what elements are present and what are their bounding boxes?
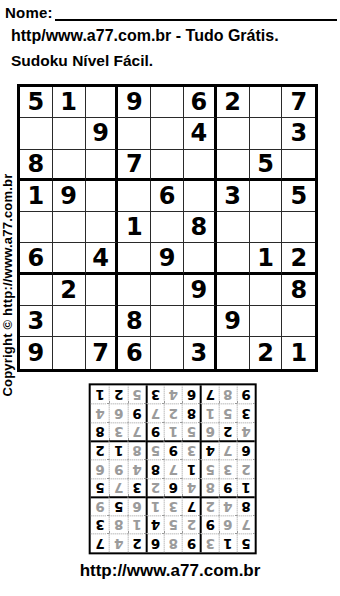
solution-cell-r5c4: 1 — [182, 459, 200, 478]
puzzle-cell-r9c3: 7 — [86, 337, 119, 368]
puzzle-cell-r8c1: 3 — [20, 306, 53, 337]
solution-cell-r6c9: 2 — [91, 441, 109, 460]
solution-cell-r1c3: 3 — [200, 534, 218, 553]
solution-cell-r3c1: 8 — [237, 497, 255, 516]
puzzle-cell-r5c6: 8 — [184, 212, 217, 243]
puzzle-cell-r7c8[interactable] — [250, 275, 283, 306]
solution-cell-r6c5: 9 — [164, 441, 182, 460]
puzzle-cell-r1c1: 5 — [20, 87, 53, 118]
puzzle-cell-r7c3[interactable] — [86, 275, 119, 306]
solution-cell-r9c3: 7 — [200, 385, 218, 404]
solution-cell-r6c7: 8 — [127, 441, 145, 460]
puzzle-cell-r5c4: 1 — [118, 212, 151, 243]
solution-cell-r7c4: 5 — [182, 422, 200, 441]
puzzle-cell-r4c1: 1 — [20, 181, 53, 212]
puzzle-cell-r2c4[interactable] — [118, 118, 151, 149]
solution-cell-r8c6: 7 — [146, 404, 164, 423]
solution-cell-r5c7: 4 — [127, 459, 145, 478]
puzzle-cell-r1c6: 6 — [184, 87, 217, 118]
solution-cell-r3c7: 6 — [127, 497, 145, 516]
puzzle-cell-r5c9[interactable] — [282, 212, 315, 243]
puzzle-cell-r8c4: 8 — [118, 306, 151, 337]
solution-cell-r8c9: 4 — [91, 404, 109, 423]
solution-cell-r5c9: 6 — [91, 459, 109, 478]
puzzle-cell-r7c1[interactable] — [20, 275, 53, 306]
solution-cell-r8c7: 9 — [127, 404, 145, 423]
solution-cell-r2c3: 9 — [200, 515, 218, 534]
puzzle-cell-r1c2: 1 — [53, 87, 86, 118]
puzzle-cell-r6c8: 1 — [250, 243, 283, 274]
solution-cell-r6c3: 4 — [200, 441, 218, 460]
puzzle-cell-r2c3: 9 — [86, 118, 119, 149]
solution-cell-r3c3: 2 — [200, 497, 218, 516]
puzzle-cell-r4c5: 6 — [151, 181, 184, 212]
solution-cell-r1c4: 9 — [182, 534, 200, 553]
solution-cell-r4c2: 9 — [218, 478, 236, 497]
puzzle-cell-r3c9[interactable] — [282, 150, 315, 181]
solution-cell-r1c8: 4 — [109, 534, 127, 553]
solution-cell-r1c7: 2 — [127, 534, 145, 553]
solution-cell-r8c8: 6 — [109, 404, 127, 423]
puzzle-cell-r2c8[interactable] — [250, 118, 283, 149]
solution-cell-r9c7: 5 — [127, 385, 145, 404]
puzzle-cell-r4c6[interactable] — [184, 181, 217, 212]
solution-cell-r9c8: 2 — [109, 385, 127, 404]
puzzle-cell-r6c6[interactable] — [184, 243, 217, 274]
solution-cell-r2c7: 1 — [127, 515, 145, 534]
solution-cell-r6c4: 3 — [182, 441, 200, 460]
puzzle-cell-r6c7[interactable] — [217, 243, 250, 274]
solution-cell-r7c1: 4 — [237, 422, 255, 441]
solution-cell-r3c4: 7 — [182, 497, 200, 516]
puzzle-cell-r2c6: 4 — [184, 118, 217, 149]
solution-cell-r8c4: 8 — [182, 404, 200, 423]
puzzle-cell-r5c8[interactable] — [250, 212, 283, 243]
puzzle-cell-r8c8[interactable] — [250, 306, 283, 337]
puzzle-cell-r8c2[interactable] — [53, 306, 86, 337]
sudoku-print-page: Nome: http/www.a77.com.br - Tudo Grátis.… — [0, 0, 340, 596]
puzzle-cell-r9c2[interactable] — [53, 337, 86, 368]
solution-cell-r2c1: 7 — [237, 515, 255, 534]
solution-cell-r5c6: 8 — [146, 459, 164, 478]
solution-cell-r9c2: 8 — [218, 385, 236, 404]
puzzle-cell-r1c4: 9 — [118, 87, 151, 118]
puzzle-grid: 519627943875196351864912298389976321 — [17, 84, 318, 372]
puzzle-cell-r9c6: 3 — [184, 337, 217, 368]
puzzle-cell-r6c9: 2 — [282, 243, 315, 274]
puzzle-cell-r5c2[interactable] — [53, 212, 86, 243]
solution-cell-r7c9: 8 — [91, 422, 109, 441]
solution-cell-r4c4: 4 — [182, 478, 200, 497]
puzzle-cell-r2c1[interactable] — [20, 118, 53, 149]
puzzle-cell-r8c7: 9 — [217, 306, 250, 337]
solution-cell-r8c1: 3 — [237, 404, 255, 423]
solution-cell-r4c3: 8 — [200, 478, 218, 497]
puzzle-cell-r4c3[interactable] — [86, 181, 119, 212]
solution-cell-r1c2: 1 — [218, 534, 236, 553]
puzzle-cell-r6c4[interactable] — [118, 243, 151, 274]
name-label: Nome: — [5, 4, 53, 21]
puzzle-cell-r1c7: 2 — [217, 87, 250, 118]
puzzle-cell-r1c9: 7 — [282, 87, 315, 118]
solution-cell-r5c3: 5 — [200, 459, 218, 478]
puzzle-cell-r3c7[interactable] — [217, 150, 250, 181]
puzzle-cell-r3c3[interactable] — [86, 150, 119, 181]
puzzle-cell-r5c1[interactable] — [20, 212, 53, 243]
solution-cell-r9c4: 6 — [182, 385, 200, 404]
footer-url: http://www.a77.com.br — [0, 561, 340, 581]
puzzle-cell-r6c3: 4 — [86, 243, 119, 274]
puzzle-cell-r9c4: 6 — [118, 337, 151, 368]
puzzle-cell-r2c7[interactable] — [217, 118, 250, 149]
solution-cell-r7c5: 1 — [164, 422, 182, 441]
puzzle-cell-r3c1: 8 — [20, 150, 53, 181]
solution-cell-r6c8: 1 — [109, 441, 127, 460]
puzzle-cell-r8c6[interactable] — [184, 306, 217, 337]
solution-cell-r5c2: 3 — [218, 459, 236, 478]
puzzle-cell-r4c7: 3 — [217, 181, 250, 212]
puzzle-cell-r6c5: 9 — [151, 243, 184, 274]
solution-cell-r1c1: 5 — [237, 534, 255, 553]
solution-cell-r3c9: 9 — [91, 497, 109, 516]
solution-cell-r2c9: 3 — [91, 515, 109, 534]
solution-cell-r4c6: 2 — [146, 478, 164, 497]
solution-cell-r4c9: 5 — [91, 478, 109, 497]
puzzle-cell-r3c8: 5 — [250, 150, 283, 181]
solution-cell-r5c8: 9 — [109, 459, 127, 478]
solution-cell-r2c6: 4 — [146, 515, 164, 534]
solution-cell-r9c6: 3 — [146, 385, 164, 404]
puzzle-cell-r3c6[interactable] — [184, 150, 217, 181]
puzzle-cell-r8c3[interactable] — [86, 306, 119, 337]
solution-cell-r3c6: 1 — [146, 497, 164, 516]
solution-cell-r7c6: 9 — [146, 422, 164, 441]
solution-cell-r4c1: 1 — [237, 478, 255, 497]
solution-cell-r9c5: 4 — [164, 385, 182, 404]
solution-cell-r3c5: 3 — [164, 497, 182, 516]
puzzle-cell-r3c5[interactable] — [151, 150, 184, 181]
solution-grid-rotated: 5139862477692541838427316591984623752351… — [89, 383, 257, 554]
solution-cell-r3c2: 4 — [218, 497, 236, 516]
solution-cell-r5c1: 2 — [237, 459, 255, 478]
puzzle-cell-r5c5[interactable] — [151, 212, 184, 243]
solution-cell-r9c1: 9 — [237, 385, 255, 404]
puzzle-cell-r3c4: 7 — [118, 150, 151, 181]
puzzle-level-title: Sudoku Nível Fácil. — [11, 52, 153, 70]
vertical-copyright: Copyright © http://www.a77.com.br — [0, 135, 16, 435]
puzzle-cell-r7c5[interactable] — [151, 275, 184, 306]
puzzle-cell-r7c2: 2 — [53, 275, 86, 306]
puzzle-cell-r1c5[interactable] — [151, 87, 184, 118]
puzzle-cell-r2c2[interactable] — [53, 118, 86, 149]
solution-cell-r8c5: 2 — [164, 404, 182, 423]
solution-cell-r4c8: 7 — [109, 478, 127, 497]
solution-cell-r1c9: 7 — [91, 534, 109, 553]
solution-cell-r8c3: 1 — [200, 404, 218, 423]
solution-cell-r6c2: 7 — [218, 441, 236, 460]
solution-cell-r8c2: 5 — [218, 404, 236, 423]
puzzle-cell-r7c4[interactable] — [118, 275, 151, 306]
site-header: http/www.a77.com.br - Tudo Grátis. — [11, 27, 279, 45]
solution-cell-r6c6: 5 — [146, 441, 164, 460]
puzzle-cell-r4c4[interactable] — [118, 181, 151, 212]
puzzle-cell-r9c5[interactable] — [151, 337, 184, 368]
solution-cell-r2c2: 6 — [218, 515, 236, 534]
puzzle-cell-r9c8: 2 — [250, 337, 283, 368]
puzzle-cell-r6c2[interactable] — [53, 243, 86, 274]
puzzle-cell-r5c7[interactable] — [217, 212, 250, 243]
solution-cell-r7c7: 7 — [127, 422, 145, 441]
puzzle-cell-r3c2[interactable] — [53, 150, 86, 181]
solution-cell-r7c2: 2 — [218, 422, 236, 441]
name-row: Nome: — [5, 3, 337, 21]
solution-cell-r7c3: 6 — [200, 422, 218, 441]
puzzle-cell-r5c3[interactable] — [86, 212, 119, 243]
puzzle-cell-r4c9: 5 — [282, 181, 315, 212]
solution-cell-r1c6: 6 — [146, 534, 164, 553]
solution-cell-r2c5: 5 — [164, 515, 182, 534]
solution-cell-r1c5: 8 — [164, 534, 182, 553]
solution-cell-r6c1: 6 — [237, 441, 255, 460]
puzzle-cell-r4c2: 9 — [53, 181, 86, 212]
puzzle-cell-r9c9: 1 — [282, 337, 315, 368]
solution-cell-r4c7: 3 — [127, 478, 145, 497]
name-fill-in-line[interactable] — [55, 3, 337, 21]
solution-cell-r9c9: 1 — [91, 385, 109, 404]
puzzle-cell-r9c7[interactable] — [217, 337, 250, 368]
puzzle-cell-r9c1: 9 — [20, 337, 53, 368]
puzzle-cell-r2c9: 3 — [282, 118, 315, 149]
solution-cell-r4c5: 6 — [164, 478, 182, 497]
solution-cell-r2c4: 2 — [182, 515, 200, 534]
puzzle-cell-r1c8[interactable] — [250, 87, 283, 118]
solution-cell-r2c8: 8 — [109, 515, 127, 534]
puzzle-cell-r2c5[interactable] — [151, 118, 184, 149]
puzzle-cell-r8c5[interactable] — [151, 306, 184, 337]
puzzle-cell-r7c7[interactable] — [217, 275, 250, 306]
puzzle-cell-r4c8[interactable] — [250, 181, 283, 212]
solution-cell-r5c5: 7 — [164, 459, 182, 478]
solution-cell-r3c8: 5 — [109, 497, 127, 516]
puzzle-cell-r1c3[interactable] — [86, 87, 119, 118]
puzzle-cell-r7c9: 8 — [282, 275, 315, 306]
puzzle-cell-r7c6: 9 — [184, 275, 217, 306]
puzzle-cell-r6c1: 6 — [20, 243, 53, 274]
solution-cell-r7c8: 3 — [109, 422, 127, 441]
puzzle-cell-r8c9[interactable] — [282, 306, 315, 337]
